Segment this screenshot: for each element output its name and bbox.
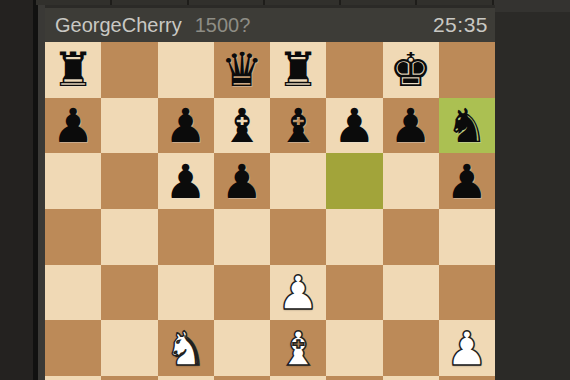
square-e3[interactable]: ♝ bbox=[270, 320, 326, 376]
piece-black-pawn[interactable]: ♟ bbox=[214, 153, 270, 209]
clipped-top-ui-strip bbox=[36, 0, 570, 5]
square-d6[interactable]: ♟ bbox=[214, 153, 270, 209]
square-h2[interactable] bbox=[439, 376, 495, 380]
piece-black-queen[interactable]: ♛ bbox=[214, 42, 270, 98]
square-h3[interactable]: ♟ bbox=[439, 320, 495, 376]
square-f2[interactable] bbox=[326, 376, 382, 380]
square-a7[interactable]: ♟ bbox=[45, 98, 101, 154]
square-c7[interactable]: ♟ bbox=[158, 98, 214, 154]
clipped-strip-segment bbox=[341, 0, 417, 5]
piece-black-pawn[interactable]: ♟ bbox=[326, 98, 382, 154]
square-g2[interactable] bbox=[383, 376, 439, 380]
clipped-strip-segment bbox=[36, 0, 112, 5]
square-a4[interactable] bbox=[45, 265, 101, 321]
square-e5[interactable] bbox=[270, 209, 326, 265]
piece-white-bishop[interactable]: ♝ bbox=[270, 320, 326, 376]
square-d3[interactable] bbox=[214, 320, 270, 376]
piece-black-king[interactable]: ♚ bbox=[383, 42, 439, 98]
square-e4[interactable]: ♟ bbox=[270, 265, 326, 321]
square-a2[interactable] bbox=[45, 376, 101, 380]
left-panel-edge bbox=[38, 0, 45, 380]
square-d2[interactable] bbox=[214, 376, 270, 380]
square-e6[interactable] bbox=[270, 153, 326, 209]
opponent-info-bar: GeorgeCherry 1500? 25:35 bbox=[45, 8, 495, 42]
piece-black-bishop[interactable]: ♝ bbox=[270, 98, 326, 154]
chess-board[interactable]: ♜♛♜♚♟♟♝♝♟♟♞♟♟♟♟♞♝♟ bbox=[45, 42, 495, 380]
square-h7[interactable]: ♞ bbox=[439, 98, 495, 154]
square-a8[interactable]: ♜ bbox=[45, 42, 101, 98]
square-d5[interactable] bbox=[214, 209, 270, 265]
piece-black-pawn[interactable]: ♟ bbox=[45, 98, 101, 154]
square-b6[interactable] bbox=[101, 153, 157, 209]
square-g4[interactable] bbox=[383, 265, 439, 321]
left-sidebar-rail bbox=[0, 0, 33, 380]
square-h8[interactable] bbox=[439, 42, 495, 98]
square-c4[interactable] bbox=[158, 265, 214, 321]
piece-black-bishop[interactable]: ♝ bbox=[214, 98, 270, 154]
square-g3[interactable] bbox=[383, 320, 439, 376]
square-e7[interactable]: ♝ bbox=[270, 98, 326, 154]
opponent-name[interactable]: GeorgeCherry bbox=[55, 14, 182, 37]
piece-black-pawn[interactable]: ♟ bbox=[383, 98, 439, 154]
square-f4[interactable] bbox=[326, 265, 382, 321]
piece-black-rook[interactable]: ♜ bbox=[270, 42, 326, 98]
piece-black-pawn[interactable]: ♟ bbox=[158, 153, 214, 209]
square-f3[interactable] bbox=[326, 320, 382, 376]
piece-white-knight[interactable]: ♞ bbox=[158, 320, 214, 376]
square-c3[interactable]: ♞ bbox=[158, 320, 214, 376]
square-a5[interactable] bbox=[45, 209, 101, 265]
square-g7[interactable]: ♟ bbox=[383, 98, 439, 154]
square-g8[interactable]: ♚ bbox=[383, 42, 439, 98]
square-h5[interactable] bbox=[439, 209, 495, 265]
square-e2[interactable] bbox=[270, 376, 326, 380]
square-f6[interactable] bbox=[326, 153, 382, 209]
clipped-strip-segment bbox=[189, 0, 265, 5]
square-f7[interactable]: ♟ bbox=[326, 98, 382, 154]
opponent-clock: 25:35 bbox=[433, 13, 488, 37]
square-b2[interactable] bbox=[101, 376, 157, 380]
piece-black-rook[interactable]: ♜ bbox=[45, 42, 101, 98]
square-b7[interactable] bbox=[101, 98, 157, 154]
square-c8[interactable] bbox=[158, 42, 214, 98]
piece-black-pawn[interactable]: ♟ bbox=[439, 153, 495, 209]
square-c2[interactable] bbox=[158, 376, 214, 380]
clipped-strip-segment bbox=[112, 0, 188, 5]
square-b5[interactable] bbox=[101, 209, 157, 265]
square-g6[interactable] bbox=[383, 153, 439, 209]
opponent-rating: 1500? bbox=[195, 14, 251, 37]
square-b8[interactable] bbox=[101, 42, 157, 98]
top-right-ui-fragment bbox=[495, 0, 570, 12]
square-h4[interactable] bbox=[439, 265, 495, 321]
square-e8[interactable]: ♜ bbox=[270, 42, 326, 98]
square-a6[interactable] bbox=[45, 153, 101, 209]
square-b4[interactable] bbox=[101, 265, 157, 321]
chess-app-screen: GeorgeCherry 1500? 25:35 ♜♛♜♚♟♟♝♝♟♟♞♟♟♟♟… bbox=[0, 0, 570, 380]
square-f5[interactable] bbox=[326, 209, 382, 265]
piece-black-knight[interactable]: ♞ bbox=[439, 98, 495, 154]
square-c6[interactable]: ♟ bbox=[158, 153, 214, 209]
square-h6[interactable]: ♟ bbox=[439, 153, 495, 209]
square-d4[interactable] bbox=[214, 265, 270, 321]
piece-white-pawn[interactable]: ♟ bbox=[439, 320, 495, 376]
square-a3[interactable] bbox=[45, 320, 101, 376]
square-d8[interactable]: ♛ bbox=[214, 42, 270, 98]
piece-white-pawn[interactable]: ♟ bbox=[270, 265, 326, 321]
clipped-strip-segment bbox=[265, 0, 341, 5]
square-g5[interactable] bbox=[383, 209, 439, 265]
clipped-strip-segment bbox=[417, 0, 493, 5]
square-b3[interactable] bbox=[101, 320, 157, 376]
square-f8[interactable] bbox=[326, 42, 382, 98]
square-d7[interactable]: ♝ bbox=[214, 98, 270, 154]
square-c5[interactable] bbox=[158, 209, 214, 265]
piece-black-pawn[interactable]: ♟ bbox=[158, 98, 214, 154]
